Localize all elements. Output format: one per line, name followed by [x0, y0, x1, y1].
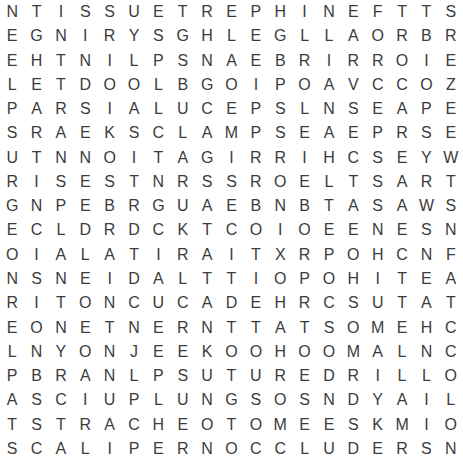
grid-cell: C: [317, 291, 341, 315]
grid-cell: N: [195, 49, 219, 73]
grid-cell: M: [268, 412, 292, 436]
grid-cell: A: [97, 412, 121, 436]
grid-cell: S: [171, 49, 195, 73]
grid-cell: P: [146, 364, 170, 388]
grid-cell: A: [195, 243, 219, 267]
grid-cell: S: [73, 97, 97, 121]
grid-cell: N: [146, 170, 170, 194]
grid-cell: L: [439, 388, 463, 412]
grid-cell: R: [171, 315, 195, 339]
grid-cell: T: [0, 412, 24, 436]
grid-cell: C: [49, 388, 73, 412]
grid-cell: U: [171, 388, 195, 412]
grid-cell: O: [292, 73, 316, 97]
grid-cell: P: [292, 267, 316, 291]
grid-cell: E: [73, 121, 97, 145]
grid-cell: I: [24, 243, 48, 267]
grid-cell: B: [244, 194, 268, 218]
grid-cell: R: [49, 97, 73, 121]
grid-cell: I: [366, 267, 390, 291]
grid-cell: K: [171, 218, 195, 242]
grid-cell: N: [195, 388, 219, 412]
grid-cell: V: [341, 73, 365, 97]
grid-cell: I: [97, 97, 121, 121]
grid-cell: N: [317, 388, 341, 412]
grid-cell: C: [219, 218, 243, 242]
grid-cell: R: [390, 121, 414, 145]
grid-cell: U: [97, 388, 121, 412]
grid-cell: S: [24, 267, 48, 291]
grid-cell: S: [244, 388, 268, 412]
grid-cell: R: [171, 437, 195, 461]
grid-cell: N: [439, 218, 463, 242]
grid-cell: D: [317, 364, 341, 388]
grid-cell: S: [292, 388, 316, 412]
grid-cell: O: [268, 267, 292, 291]
grid-cell: H: [341, 267, 365, 291]
grid-cell: U: [171, 194, 195, 218]
grid-cell: E: [292, 364, 316, 388]
grid-cell: E: [146, 340, 170, 364]
grid-cell: O: [366, 24, 390, 48]
grid-cell: O: [122, 73, 146, 97]
grid-cell: I: [414, 412, 438, 436]
grid-cell: A: [195, 291, 219, 315]
grid-cell: E: [0, 24, 24, 48]
grid-cell: O: [97, 73, 121, 97]
grid-cell: W: [414, 194, 438, 218]
grid-cell: P: [244, 97, 268, 121]
grid-cell: E: [390, 218, 414, 242]
grid-cell: O: [414, 73, 438, 97]
grid-cell: E: [341, 218, 365, 242]
grid-cell: C: [439, 340, 463, 364]
grid-cell: E: [73, 194, 97, 218]
grid-cell: O: [219, 73, 243, 97]
grid-cell: R: [0, 291, 24, 315]
grid-cell: A: [390, 388, 414, 412]
grid-cell: I: [244, 267, 268, 291]
grid-cell: W: [439, 146, 463, 170]
grid-cell: E: [219, 0, 243, 24]
grid-cell: M: [366, 315, 390, 339]
grid-cell: T: [122, 243, 146, 267]
grid-cell: C: [195, 97, 219, 121]
grid-cell: H: [268, 340, 292, 364]
grid-cell: E: [219, 194, 243, 218]
grid-cell: E: [73, 315, 97, 339]
grid-cell: M: [390, 412, 414, 436]
grid-cell: E: [24, 73, 48, 97]
grid-cell: R: [268, 364, 292, 388]
grid-cell: L: [146, 97, 170, 121]
grid-cell: G: [195, 146, 219, 170]
grid-cell: C: [24, 218, 48, 242]
grid-cell: N: [97, 364, 121, 388]
grid-cell: O: [439, 412, 463, 436]
grid-cell: E: [439, 121, 463, 145]
grid-cell: H: [268, 291, 292, 315]
grid-cell: R: [439, 24, 463, 48]
grid-cell: E: [292, 412, 316, 436]
grid-cell: U: [146, 291, 170, 315]
grid-cell: A: [439, 267, 463, 291]
grid-cell: E: [439, 49, 463, 73]
grid-cell: C: [390, 73, 414, 97]
grid-cell: A: [414, 291, 438, 315]
grid-cell: S: [341, 97, 365, 121]
grid-cell: N: [439, 437, 463, 461]
grid-cell: T: [292, 315, 316, 339]
grid-cell: O: [195, 412, 219, 436]
grid-cell: G: [268, 24, 292, 48]
grid-cell: D: [341, 388, 365, 412]
grid-cell: A: [171, 146, 195, 170]
grid-cell: S: [268, 121, 292, 145]
grid-cell: T: [49, 412, 73, 436]
grid-cell: O: [97, 146, 121, 170]
grid-cell: T: [390, 291, 414, 315]
grid-cell: G: [171, 24, 195, 48]
grid-cell: R: [244, 146, 268, 170]
grid-cell: S: [366, 170, 390, 194]
grid-cell: A: [73, 364, 97, 388]
grid-cell: T: [390, 267, 414, 291]
grid-cell: R: [292, 291, 316, 315]
grid-cell: L: [122, 364, 146, 388]
grid-cell: X: [268, 243, 292, 267]
grid-cell: S: [414, 121, 438, 145]
grid-cell: Y: [414, 146, 438, 170]
grid-cell: I: [292, 146, 316, 170]
grid-cell: P: [414, 97, 438, 121]
grid-cell: S: [366, 194, 390, 218]
grid-cell: N: [268, 194, 292, 218]
grid-cell: L: [49, 218, 73, 242]
grid-cell: N: [0, 0, 24, 24]
grid-cell: O: [341, 315, 365, 339]
grid-cell: A: [219, 49, 243, 73]
grid-cell: R: [195, 0, 219, 24]
grid-cell: E: [414, 267, 438, 291]
grid-cell: S: [195, 170, 219, 194]
grid-cell: U: [122, 0, 146, 24]
grid-cell: T: [390, 0, 414, 24]
grid-cell: R: [268, 146, 292, 170]
grid-cell: Y: [49, 340, 73, 364]
grid-cell: I: [146, 243, 170, 267]
grid-cell: T: [195, 267, 219, 291]
grid-cell: R: [341, 49, 365, 73]
grid-cell: S: [97, 170, 121, 194]
grid-cell: N: [0, 267, 24, 291]
grid-cell: L: [292, 24, 316, 48]
grid-cell: H: [366, 243, 390, 267]
grid-cell: S: [24, 388, 48, 412]
grid-cell: J: [122, 340, 146, 364]
grid-cell: R: [390, 437, 414, 461]
grid-cell: O: [341, 243, 365, 267]
grid-cell: T: [49, 291, 73, 315]
grid-cell: N: [49, 146, 73, 170]
grid-cell: K: [195, 340, 219, 364]
grid-cell: A: [390, 194, 414, 218]
grid-cell: T: [414, 0, 438, 24]
grid-cell: L: [171, 267, 195, 291]
grid-cell: E: [0, 315, 24, 339]
grid-cell: P: [244, 0, 268, 24]
grid-cell: T: [49, 73, 73, 97]
grid-cell: H: [414, 315, 438, 339]
grid-cell: I: [73, 24, 97, 48]
grid-cell: I: [366, 364, 390, 388]
grid-cell: N: [97, 291, 121, 315]
grid-cell: I: [24, 291, 48, 315]
grid-cell: I: [414, 49, 438, 73]
grid-cell: B: [414, 24, 438, 48]
grid-cell: L: [73, 243, 97, 267]
grid-cell: F: [439, 243, 463, 267]
grid-cell: D: [341, 437, 365, 461]
grid-cell: C: [341, 146, 365, 170]
grid-cell: R: [171, 170, 195, 194]
grid-cell: U: [171, 97, 195, 121]
grid-cell: U: [317, 437, 341, 461]
grid-cell: T: [244, 243, 268, 267]
grid-cell: E: [366, 437, 390, 461]
grid-cell: E: [244, 291, 268, 315]
grid-cell: N: [414, 340, 438, 364]
grid-cell: U: [366, 291, 390, 315]
grid-cell: R: [414, 170, 438, 194]
grid-cell: O: [0, 243, 24, 267]
grid-cell: S: [439, 194, 463, 218]
grid-cell: U: [0, 146, 24, 170]
grid-cell: S: [97, 0, 121, 24]
grid-cell: I: [268, 218, 292, 242]
grid-cell: S: [49, 170, 73, 194]
grid-cell: Y: [366, 388, 390, 412]
grid-cell: B: [24, 364, 48, 388]
grid-cell: N: [49, 24, 73, 48]
grid-cell: E: [341, 121, 365, 145]
grid-cell: I: [219, 146, 243, 170]
grid-cell: I: [244, 73, 268, 97]
grid-cell: E: [171, 340, 195, 364]
grid-cell: E: [317, 412, 341, 436]
grid-cell: G: [24, 24, 48, 48]
grid-cell: A: [49, 437, 73, 461]
grid-cell: L: [317, 170, 341, 194]
grid-cell: O: [73, 340, 97, 364]
grid-cell: G: [219, 388, 243, 412]
grid-cell: N: [49, 267, 73, 291]
grid-cell: D: [73, 73, 97, 97]
grid-cell: E: [146, 315, 170, 339]
grid-cell: H: [268, 0, 292, 24]
grid-cell: T: [317, 194, 341, 218]
grid-cell: A: [49, 243, 73, 267]
grid-cell: A: [390, 170, 414, 194]
grid-cell: R: [97, 218, 121, 242]
grid-cell: T: [195, 218, 219, 242]
grid-cell: E: [317, 218, 341, 242]
grid-cell: O: [317, 267, 341, 291]
grid-cell: C: [439, 315, 463, 339]
grid-cell: S: [73, 0, 97, 24]
grid-cell: G: [195, 73, 219, 97]
grid-cell: A: [268, 315, 292, 339]
grid-cell: G: [0, 194, 24, 218]
grid-cell: I: [317, 49, 341, 73]
grid-cell: I: [49, 0, 73, 24]
grid-cell: T: [122, 170, 146, 194]
grid-cell: A: [0, 388, 24, 412]
grid-cell: T: [146, 146, 170, 170]
grid-cell: A: [122, 97, 146, 121]
grid-cell: P: [122, 437, 146, 461]
grid-cell: A: [366, 340, 390, 364]
grid-cell: T: [97, 315, 121, 339]
grid-cell: D: [122, 218, 146, 242]
grid-cell: A: [97, 243, 121, 267]
grid-cell: S: [146, 24, 170, 48]
grid-cell: S: [439, 0, 463, 24]
grid-cell: G: [146, 194, 170, 218]
grid-cell: O: [24, 315, 48, 339]
grid-cell: A: [341, 194, 365, 218]
grid-cell: L: [317, 24, 341, 48]
grid-cell: S: [171, 364, 195, 388]
grid-cell: N: [317, 97, 341, 121]
grid-cell: P: [366, 121, 390, 145]
grid-cell: R: [341, 364, 365, 388]
grid-cell: O: [244, 412, 268, 436]
grid-cell: L: [390, 340, 414, 364]
grid-cell: D: [122, 267, 146, 291]
grid-cell: U: [195, 364, 219, 388]
grid-cell: I: [122, 146, 146, 170]
grid-cell: R: [73, 412, 97, 436]
grid-cell: N: [24, 194, 48, 218]
grid-cell: L: [414, 364, 438, 388]
grid-cell: N: [317, 0, 341, 24]
grid-cell: N: [414, 243, 438, 267]
grid-cell: R: [171, 243, 195, 267]
grid-cell: U: [244, 364, 268, 388]
grid-cell: T: [24, 0, 48, 24]
grid-cell: P: [146, 49, 170, 73]
grid-cell: L: [0, 340, 24, 364]
grid-cell: T: [219, 412, 243, 436]
grid-cell: S: [414, 437, 438, 461]
grid-cell: A: [317, 121, 341, 145]
grid-cell: R: [366, 49, 390, 73]
grid-cell: O: [292, 340, 316, 364]
grid-cell: C: [122, 412, 146, 436]
grid-cell: E: [244, 49, 268, 73]
grid-cell: S: [341, 291, 365, 315]
grid-cell: Z: [439, 73, 463, 97]
grid-cell: T: [24, 146, 48, 170]
grid-cell: E: [439, 97, 463, 121]
grid-cell: A: [317, 73, 341, 97]
grid-cell: C: [146, 121, 170, 145]
grid-cell: T: [439, 291, 463, 315]
grid-cell: L: [292, 97, 316, 121]
grid-cell: E: [244, 24, 268, 48]
grid-cell: N: [366, 218, 390, 242]
grid-cell: A: [146, 267, 170, 291]
grid-cell: O: [268, 388, 292, 412]
grid-cell: I: [219, 243, 243, 267]
grid-cell: N: [24, 340, 48, 364]
grid-cell: O: [317, 340, 341, 364]
grid-cell: C: [24, 437, 48, 461]
grid-cell: L: [146, 73, 170, 97]
grid-cell: R: [390, 24, 414, 48]
grid-cell: E: [146, 437, 170, 461]
grid-cell: C: [268, 437, 292, 461]
grid-cell: S: [366, 146, 390, 170]
grid-cell: E: [390, 315, 414, 339]
grid-cell: N: [195, 315, 219, 339]
grid-cell: N: [122, 315, 146, 339]
grid-cell: T: [49, 49, 73, 73]
grid-cell: N: [49, 315, 73, 339]
grid-cell: S: [268, 97, 292, 121]
grid-cell: S: [414, 218, 438, 242]
grid-cell: E: [292, 170, 316, 194]
grid-cell: Y: [122, 24, 146, 48]
grid-cell: R: [24, 121, 48, 145]
grid-cell: I: [97, 267, 121, 291]
grid-cell: E: [219, 97, 243, 121]
grid-cell: D: [219, 291, 243, 315]
grid-cell: L: [171, 121, 195, 145]
grid-cell: B: [268, 49, 292, 73]
grid-cell: T: [219, 315, 243, 339]
grid-cell: P: [0, 364, 24, 388]
grid-cell: E: [146, 0, 170, 24]
grid-cell: H: [24, 49, 48, 73]
grid-cell: P: [317, 243, 341, 267]
grid-cell: N: [73, 146, 97, 170]
grid-cell: C: [366, 73, 390, 97]
grid-cell: E: [366, 97, 390, 121]
grid-cell: I: [97, 49, 121, 73]
grid-cell: F: [366, 0, 390, 24]
grid-cell: K: [366, 412, 390, 436]
grid-cell: N: [73, 49, 97, 73]
grid-cell: A: [49, 121, 73, 145]
grid-cell: I: [97, 437, 121, 461]
grid-cell: O: [268, 170, 292, 194]
grid-cell: P: [49, 194, 73, 218]
grid-cell: B: [97, 194, 121, 218]
grid-cell: C: [390, 243, 414, 267]
grid-cell: T: [244, 315, 268, 339]
grid-cell: E: [390, 146, 414, 170]
grid-cell: P: [122, 388, 146, 412]
grid-cell: R: [292, 243, 316, 267]
grid-cell: R: [292, 49, 316, 73]
grid-cell: B: [292, 194, 316, 218]
grid-cell: A: [390, 97, 414, 121]
grid-cell: S: [122, 121, 146, 145]
grid-cell: K: [97, 121, 121, 145]
grid-cell: B: [171, 73, 195, 97]
